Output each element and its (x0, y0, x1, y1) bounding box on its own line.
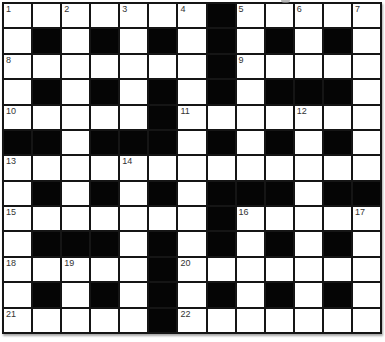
cell-r13c7[interactable]: 22 (178, 309, 205, 332)
cell-r6c7[interactable] (178, 131, 205, 154)
block-cell-r6c2 (33, 131, 60, 154)
cell-r3c11[interactable] (295, 55, 322, 78)
clue-number-15: 15 (6, 207, 16, 218)
cell-r6c3[interactable] (62, 131, 89, 154)
block-cell-r2c6 (149, 29, 176, 52)
clue-number-20: 20 (180, 258, 190, 269)
cell-r1c10[interactable] (266, 4, 293, 27)
cell-r1c2[interactable] (33, 4, 60, 27)
clue-number-13: 13 (6, 156, 16, 167)
clue-number-4: 4 (180, 4, 185, 15)
clue-number-6: 6 (297, 4, 302, 15)
cell-r11c5[interactable] (120, 258, 147, 281)
cell-r13c2[interactable] (33, 309, 60, 332)
clue-number-17: 17 (355, 207, 365, 218)
cell-r10c11[interactable] (295, 232, 322, 255)
cell-r1c7[interactable]: 4 (178, 4, 205, 27)
cell-r7c7[interactable] (178, 156, 205, 179)
cell-r2c1[interactable] (4, 29, 31, 52)
cell-r3c3[interactable] (62, 55, 89, 78)
clue-number-3: 3 (122, 4, 127, 15)
cell-r13c3[interactable] (62, 309, 89, 332)
block-cell-r10c4 (91, 232, 118, 255)
block-cell-r12c2 (33, 283, 60, 306)
cell-r11c7[interactable]: 20 (178, 258, 205, 281)
cell-r8c1[interactable] (4, 182, 31, 205)
cell-r3c12[interactable] (324, 55, 351, 78)
cell-r3c5[interactable] (120, 55, 147, 78)
cell-r4c5[interactable] (120, 80, 147, 103)
clue-number-18: 18 (6, 258, 16, 269)
cell-r3c13[interactable] (353, 55, 380, 78)
block-cell-r2c10 (266, 29, 293, 52)
cell-r6c13[interactable] (353, 131, 380, 154)
block-cell-r6c8 (208, 131, 235, 154)
cell-r8c11[interactable] (295, 182, 322, 205)
block-cell-r1c8 (208, 4, 235, 27)
cell-r8c3[interactable] (62, 182, 89, 205)
block-cell-r12c8 (208, 283, 235, 306)
cell-r11c4[interactable] (91, 258, 118, 281)
cell-r13c1[interactable]: 21 (4, 309, 31, 332)
cell-r9c6[interactable] (149, 207, 176, 230)
cell-r13c4[interactable] (91, 309, 118, 332)
cell-r6c9[interactable] (237, 131, 264, 154)
cell-r2c9[interactable] (237, 29, 264, 52)
cell-r1c6[interactable] (149, 4, 176, 27)
cell-r11c13[interactable] (353, 258, 380, 281)
cell-r9c2[interactable] (33, 207, 60, 230)
cell-r6c11[interactable] (295, 131, 322, 154)
block-cell-r4c4 (91, 80, 118, 103)
cell-r3c10[interactable] (266, 55, 293, 78)
cell-r5c12[interactable] (324, 106, 351, 129)
cell-r3c6[interactable] (149, 55, 176, 78)
cell-r12c13[interactable] (353, 283, 380, 306)
cell-r12c5[interactable] (120, 283, 147, 306)
crossword-grid: 12345678910111213141516171819202122 (2, 2, 382, 334)
cell-r7c3[interactable] (62, 156, 89, 179)
block-cell-r3c8 (208, 55, 235, 78)
cell-r9c7[interactable] (178, 207, 205, 230)
block-cell-r5c6 (149, 106, 176, 129)
cell-r9c3[interactable] (62, 207, 89, 230)
block-cell-r8c8 (208, 182, 235, 205)
cell-r13c10[interactable] (266, 309, 293, 332)
cell-r10c7[interactable] (178, 232, 205, 255)
block-cell-r10c6 (149, 232, 176, 255)
cell-r9c12[interactable] (324, 207, 351, 230)
cell-r11c9[interactable] (237, 258, 264, 281)
cell-r12c7[interactable] (178, 283, 205, 306)
cell-r12c3[interactable] (62, 283, 89, 306)
block-cell-r8c12 (324, 182, 351, 205)
cell-r1c11[interactable]: 6 (295, 4, 322, 27)
block-cell-r10c10 (266, 232, 293, 255)
block-cell-r6c4 (91, 131, 118, 154)
block-cell-r10c8 (208, 232, 235, 255)
cell-r5c9[interactable] (237, 106, 264, 129)
clue-number-1: 1 (6, 4, 11, 15)
block-cell-r6c6 (149, 131, 176, 154)
cell-r11c10[interactable] (266, 258, 293, 281)
cell-r5c10[interactable] (266, 106, 293, 129)
clue-number-5: 5 (239, 4, 244, 15)
cell-r13c13[interactable] (353, 309, 380, 332)
cell-r10c5[interactable] (120, 232, 147, 255)
block-cell-r12c12 (324, 283, 351, 306)
cell-r7c10[interactable] (266, 156, 293, 179)
cell-r2c7[interactable] (178, 29, 205, 52)
cell-r11c2[interactable] (33, 258, 60, 281)
cell-r1c12[interactable] (324, 4, 351, 27)
cell-r12c11[interactable] (295, 283, 322, 306)
block-cell-r4c2 (33, 80, 60, 103)
block-cell-r10c12 (324, 232, 351, 255)
cell-r1c9[interactable]: 5 (237, 4, 264, 27)
cell-r7c2[interactable] (33, 156, 60, 179)
clue-number-9: 9 (239, 55, 244, 66)
cell-r13c9[interactable] (237, 309, 264, 332)
block-cell-r13c6 (149, 309, 176, 332)
cell-r11c12[interactable] (324, 258, 351, 281)
cell-r9c9[interactable]: 16 (237, 207, 264, 230)
block-cell-r4c11 (295, 80, 322, 103)
block-cell-r4c8 (208, 80, 235, 103)
block-cell-r8c2 (33, 182, 60, 205)
block-cell-r10c2 (33, 232, 60, 255)
cell-r13c11[interactable] (295, 309, 322, 332)
cell-r4c13[interactable] (353, 80, 380, 103)
cell-r5c13[interactable] (353, 106, 380, 129)
clue-number-12: 12 (297, 106, 307, 117)
cell-r3c7[interactable] (178, 55, 205, 78)
cell-r9c5[interactable] (120, 207, 147, 230)
cell-r5c2[interactable] (33, 106, 60, 129)
cell-r8c7[interactable] (178, 182, 205, 205)
cell-r9c4[interactable] (91, 207, 118, 230)
cell-r9c13[interactable]: 17 (353, 207, 380, 230)
cell-r3c4[interactable] (91, 55, 118, 78)
cell-r13c12[interactable] (324, 309, 351, 332)
cell-r4c3[interactable] (62, 80, 89, 103)
clue-number-22: 22 (180, 309, 190, 320)
cell-r9c1[interactable]: 15 (4, 207, 31, 230)
cell-r3c1[interactable]: 8 (4, 55, 31, 78)
cell-r11c1[interactable]: 18 (4, 258, 31, 281)
cell-r7c4[interactable] (91, 156, 118, 179)
cell-r10c1[interactable] (4, 232, 31, 255)
cell-r7c12[interactable] (324, 156, 351, 179)
cell-r3c2[interactable] (33, 55, 60, 78)
block-cell-r4c10 (266, 80, 293, 103)
cell-r13c8[interactable] (208, 309, 235, 332)
clue-number-2: 2 (64, 4, 69, 15)
block-cell-r4c6 (149, 80, 176, 103)
block-cell-r8c4 (91, 182, 118, 205)
cell-r2c11[interactable] (295, 29, 322, 52)
cell-r5c11[interactable]: 12 (295, 106, 322, 129)
cell-r5c5[interactable] (120, 106, 147, 129)
cell-r1c1[interactable]: 1 (4, 4, 31, 27)
block-cell-r8c6 (149, 182, 176, 205)
cell-r11c3[interactable]: 19 (62, 258, 89, 281)
block-cell-r2c2 (33, 29, 60, 52)
cell-r7c11[interactable] (295, 156, 322, 179)
cell-r5c4[interactable] (91, 106, 118, 129)
block-cell-r12c10 (266, 283, 293, 306)
block-cell-r6c12 (324, 131, 351, 154)
block-cell-r8c13 (353, 182, 380, 205)
clue-number-7: 7 (355, 4, 360, 15)
cell-r7c1[interactable]: 13 (4, 156, 31, 179)
block-cell-r2c12 (324, 29, 351, 52)
block-cell-r8c10 (266, 182, 293, 205)
cell-r5c1[interactable]: 10 (4, 106, 31, 129)
cell-r2c5[interactable] (120, 29, 147, 52)
block-cell-r12c4 (91, 283, 118, 306)
cell-r8c5[interactable] (120, 182, 147, 205)
block-cell-r10c3 (62, 232, 89, 255)
cell-r7c6[interactable] (149, 156, 176, 179)
cell-r10c13[interactable] (353, 232, 380, 255)
cell-r9c10[interactable] (266, 207, 293, 230)
block-cell-r6c1 (4, 131, 31, 154)
block-cell-r11c6 (149, 258, 176, 281)
block-cell-r2c8 (208, 29, 235, 52)
cell-r5c8[interactable] (208, 106, 235, 129)
cell-r11c8[interactable] (208, 258, 235, 281)
block-cell-r6c5 (120, 131, 147, 154)
clue-number-14: 14 (122, 156, 132, 167)
cell-r1c13[interactable]: 7 (353, 4, 380, 27)
clue-number-21: 21 (6, 309, 16, 320)
block-cell-r6c10 (266, 131, 293, 154)
cell-r7c8[interactable] (208, 156, 235, 179)
cell-r3c9[interactable]: 9 (237, 55, 264, 78)
cell-r4c7[interactable] (178, 80, 205, 103)
cell-r12c1[interactable] (4, 283, 31, 306)
block-cell-r8c9 (237, 182, 264, 205)
cell-r4c1[interactable] (4, 80, 31, 103)
block-cell-r4c12 (324, 80, 351, 103)
block-cell-r2c4 (91, 29, 118, 52)
cell-r11c11[interactable] (295, 258, 322, 281)
cell-r5c3[interactable] (62, 106, 89, 129)
block-cell-r9c8 (208, 207, 235, 230)
cell-r7c9[interactable] (237, 156, 264, 179)
cell-r2c13[interactable] (353, 29, 380, 52)
block-cell-r12c6 (149, 283, 176, 306)
clue-number-11: 11 (180, 106, 189, 117)
cell-r12c9[interactable] (237, 283, 264, 306)
clue-number-16: 16 (239, 207, 249, 218)
clue-number-10: 10 (6, 106, 16, 117)
cell-r7c5[interactable]: 14 (120, 156, 147, 179)
cell-r1c3[interactable]: 2 (62, 4, 89, 27)
cell-r5c7[interactable]: 11 (178, 106, 205, 129)
cell-r2c3[interactable] (62, 29, 89, 52)
cell-r7c13[interactable] (353, 156, 380, 179)
clue-number-8: 8 (6, 55, 11, 66)
cell-r9c11[interactable] (295, 207, 322, 230)
cell-r13c5[interactable] (120, 309, 147, 332)
clue-number-19: 19 (64, 258, 74, 269)
cell-r10c9[interactable] (237, 232, 264, 255)
cell-r1c4[interactable] (91, 4, 118, 27)
cell-r4c9[interactable] (237, 80, 264, 103)
cell-r1c5[interactable]: 3 (120, 4, 147, 27)
